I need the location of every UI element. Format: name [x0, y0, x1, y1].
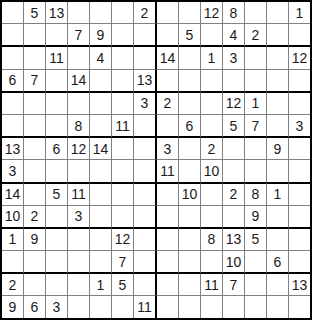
cell-r5c11-given[interactable]: 12 — [223, 93, 245, 115]
cell-r5c4-empty[interactable] — [68, 93, 90, 115]
cell-r9c3-given[interactable]: 5 — [46, 184, 68, 206]
cell-r5c9-empty[interactable] — [179, 93, 201, 115]
cell-r14c8-empty[interactable] — [157, 296, 179, 317]
cell-r12c9-empty[interactable] — [179, 251, 201, 274]
cell-r2c14-empty[interactable] — [289, 24, 310, 47]
cell-r14c13-empty[interactable] — [267, 296, 289, 317]
cell-r5c8-given[interactable]: 2 — [157, 93, 179, 115]
cell-r11c8-empty[interactable] — [157, 229, 179, 251]
cell-r9c12-given[interactable]: 8 — [245, 184, 267, 206]
cell-r4c2-given[interactable]: 7 — [24, 70, 46, 93]
cell-r7c8-given[interactable]: 3 — [157, 138, 179, 160]
cell-r5c1-empty[interactable] — [2, 93, 24, 115]
cell-r8c11-empty[interactable] — [223, 160, 245, 183]
cell-r11c3-empty[interactable] — [46, 229, 68, 251]
cell-r10c11-empty[interactable] — [223, 206, 245, 229]
cell-r9c11-given[interactable]: 2 — [223, 184, 245, 206]
cell-r1c10-given[interactable]: 12 — [201, 2, 223, 24]
cell-r13c2-empty[interactable] — [24, 274, 46, 296]
cell-r4c8-empty[interactable] — [157, 70, 179, 93]
cell-r6c8-empty[interactable] — [157, 115, 179, 138]
cell-r7c5-given[interactable]: 14 — [90, 138, 112, 160]
cell-r4c13-empty[interactable] — [267, 70, 289, 93]
cell-r14c9-empty[interactable] — [179, 296, 201, 317]
cell-r9c2-empty[interactable] — [24, 184, 46, 206]
cell-r11c4-empty[interactable] — [68, 229, 90, 251]
cell-r7c10-given[interactable]: 2 — [201, 138, 223, 160]
cell-r4c7-given[interactable]: 13 — [134, 70, 157, 93]
cell-r1c2-given[interactable]: 5 — [24, 2, 46, 24]
cell-r3c10-given[interactable]: 1 — [201, 47, 223, 69]
cell-r12c3-empty[interactable] — [46, 251, 68, 274]
cell-r11c14-empty[interactable] — [289, 229, 310, 251]
cell-r11c12-given[interactable]: 5 — [245, 229, 267, 251]
cell-r1c8-empty[interactable] — [157, 2, 179, 24]
cell-r2c1-empty[interactable] — [2, 24, 24, 47]
cell-r2c2-empty[interactable] — [24, 24, 46, 47]
cell-r8c8-given[interactable]: 11 — [157, 160, 179, 183]
cell-r9c4-given[interactable]: 11 — [68, 184, 90, 206]
cell-r3c5-given[interactable]: 4 — [90, 47, 112, 69]
cell-r4c3-empty[interactable] — [46, 70, 68, 93]
cell-r2c4-given[interactable]: 7 — [68, 24, 90, 47]
cell-r1c6-empty[interactable] — [112, 2, 134, 24]
cell-r14c2-given[interactable]: 6 — [24, 296, 46, 317]
cell-r7c6-empty[interactable] — [112, 138, 134, 160]
cell-r2c13-empty[interactable] — [267, 24, 289, 47]
cell-r11c1-given[interactable]: 1 — [2, 229, 24, 251]
cell-r13c11-given[interactable]: 7 — [223, 274, 245, 296]
cell-r3c4-empty[interactable] — [68, 47, 90, 69]
cell-r3c13-empty[interactable] — [267, 47, 289, 69]
cell-r6c5-empty[interactable] — [90, 115, 112, 138]
cell-r12c13-given[interactable]: 6 — [267, 251, 289, 274]
cell-r8c4-empty[interactable] — [68, 160, 90, 183]
cell-r4c11-empty[interactable] — [223, 70, 245, 93]
cell-r13c9-empty[interactable] — [179, 274, 201, 296]
cell-r14c4-empty[interactable] — [68, 296, 90, 317]
cell-r6c13-empty[interactable] — [267, 115, 289, 138]
cell-r12c1-empty[interactable] — [2, 251, 24, 274]
cell-r2c5-given[interactable]: 9 — [90, 24, 112, 47]
cell-r1c5-empty[interactable] — [90, 2, 112, 24]
cell-r10c7-empty[interactable] — [134, 206, 157, 229]
cell-r10c3-empty[interactable] — [46, 206, 68, 229]
cell-r1c4-empty[interactable] — [68, 2, 90, 24]
cell-r6c10-empty[interactable] — [201, 115, 223, 138]
cell-r8c14-empty[interactable] — [289, 160, 310, 183]
cell-r14c11-empty[interactable] — [223, 296, 245, 317]
cell-r5c10-empty[interactable] — [201, 93, 223, 115]
cell-r1c12-empty[interactable] — [245, 2, 267, 24]
cell-r13c12-empty[interactable] — [245, 274, 267, 296]
cell-r6c7-empty[interactable] — [134, 115, 157, 138]
cell-r5c7-given[interactable]: 3 — [134, 93, 157, 115]
cell-r2c6-empty[interactable] — [112, 24, 134, 47]
cell-r5c3-empty[interactable] — [46, 93, 68, 115]
cell-r10c13-empty[interactable] — [267, 206, 289, 229]
cell-r5c14-empty[interactable] — [289, 93, 310, 115]
cell-r2c7-empty[interactable] — [134, 24, 157, 47]
cell-r8c9-empty[interactable] — [179, 160, 201, 183]
cell-r14c3-given[interactable]: 3 — [46, 296, 68, 317]
cell-r6c4-given[interactable]: 8 — [68, 115, 90, 138]
cell-r8c10-given[interactable]: 10 — [201, 160, 223, 183]
cell-r4c12-empty[interactable] — [245, 70, 267, 93]
cell-r5c5-empty[interactable] — [90, 93, 112, 115]
cell-r10c1-given[interactable]: 10 — [2, 206, 24, 229]
cell-r9c7-empty[interactable] — [134, 184, 157, 206]
cell-r8c7-empty[interactable] — [134, 160, 157, 183]
cell-r7c1-given[interactable]: 13 — [2, 138, 24, 160]
cell-r1c1-empty[interactable] — [2, 2, 24, 24]
cell-r9c1-given[interactable]: 14 — [2, 184, 24, 206]
cell-r9c14-empty[interactable] — [289, 184, 310, 206]
cell-r6c1-empty[interactable] — [2, 115, 24, 138]
cell-r13c14-given[interactable]: 13 — [289, 274, 310, 296]
cell-r12c10-empty[interactable] — [201, 251, 223, 274]
cell-r2c9-given[interactable]: 5 — [179, 24, 201, 47]
cell-r1c3-given[interactable]: 13 — [46, 2, 68, 24]
cell-r14c6-empty[interactable] — [112, 296, 134, 317]
cell-r13c8-empty[interactable] — [157, 274, 179, 296]
cell-r10c10-empty[interactable] — [201, 206, 223, 229]
cell-r12c11-given[interactable]: 10 — [223, 251, 245, 274]
cell-r6c12-given[interactable]: 7 — [245, 115, 267, 138]
cell-r14c10-empty[interactable] — [201, 296, 223, 317]
cell-r14c5-empty[interactable] — [90, 296, 112, 317]
cell-r7c3-given[interactable]: 6 — [46, 138, 68, 160]
cell-r8c12-empty[interactable] — [245, 160, 267, 183]
cell-r2c10-empty[interactable] — [201, 24, 223, 47]
cell-r9c9-given[interactable]: 10 — [179, 184, 201, 206]
cell-r7c11-empty[interactable] — [223, 138, 245, 160]
cell-r7c14-empty[interactable] — [289, 138, 310, 160]
cell-r9c10-empty[interactable] — [201, 184, 223, 206]
cell-r10c14-empty[interactable] — [289, 206, 310, 229]
cell-r13c7-empty[interactable] — [134, 274, 157, 296]
cell-r10c6-empty[interactable] — [112, 206, 134, 229]
cell-r4c10-empty[interactable] — [201, 70, 223, 93]
cell-r4c1-given[interactable]: 6 — [2, 70, 24, 93]
cell-r9c13-given[interactable]: 1 — [267, 184, 289, 206]
cell-r1c7-given[interactable]: 2 — [134, 2, 157, 24]
cell-r14c14-empty[interactable] — [289, 296, 310, 317]
cell-r11c7-empty[interactable] — [134, 229, 157, 251]
cell-r3c9-empty[interactable] — [179, 47, 201, 69]
cell-r12c8-empty[interactable] — [157, 251, 179, 274]
cell-r7c12-empty[interactable] — [245, 138, 267, 160]
cell-r5c12-given[interactable]: 1 — [245, 93, 267, 115]
cell-r7c4-given[interactable]: 12 — [68, 138, 90, 160]
cell-r12c12-empty[interactable] — [245, 251, 267, 274]
cell-r10c8-empty[interactable] — [157, 206, 179, 229]
cell-r9c5-empty[interactable] — [90, 184, 112, 206]
cell-r3c14-given[interactable]: 12 — [289, 47, 310, 69]
cell-r7c7-empty[interactable] — [134, 138, 157, 160]
cell-r4c9-empty[interactable] — [179, 70, 201, 93]
cell-r3c3-given[interactable]: 11 — [46, 47, 68, 69]
cell-r8c2-empty[interactable] — [24, 160, 46, 183]
cell-r4c6-empty[interactable] — [112, 70, 134, 93]
cell-r12c4-empty[interactable] — [68, 251, 90, 274]
cell-r6c11-given[interactable]: 5 — [223, 115, 245, 138]
cell-r12c6-given[interactable]: 7 — [112, 251, 134, 274]
cell-r9c6-empty[interactable] — [112, 184, 134, 206]
cell-r2c12-given[interactable]: 2 — [245, 24, 267, 47]
cell-r12c7-empty[interactable] — [134, 251, 157, 274]
cell-r6c14-given[interactable]: 3 — [289, 115, 310, 138]
cell-r10c4-given[interactable]: 3 — [68, 206, 90, 229]
cell-r8c1-given[interactable]: 3 — [2, 160, 24, 183]
cell-r13c4-empty[interactable] — [68, 274, 90, 296]
cell-r8c3-empty[interactable] — [46, 160, 68, 183]
cell-r10c2-given[interactable]: 2 — [24, 206, 46, 229]
cell-r13c5-given[interactable]: 1 — [90, 274, 112, 296]
cell-r14c1-given[interactable]: 9 — [2, 296, 24, 317]
cell-r3c7-empty[interactable] — [134, 47, 157, 69]
cell-r10c12-given[interactable]: 9 — [245, 206, 267, 229]
cell-r12c14-empty[interactable] — [289, 251, 310, 274]
cell-r5c2-empty[interactable] — [24, 93, 46, 115]
cell-r13c6-given[interactable]: 5 — [112, 274, 134, 296]
cell-r5c6-empty[interactable] — [112, 93, 134, 115]
cell-r14c7-given[interactable]: 11 — [134, 296, 157, 317]
cell-r10c9-empty[interactable] — [179, 206, 201, 229]
cell-r4c4-given[interactable]: 14 — [68, 70, 90, 93]
cell-r13c10-given[interactable]: 11 — [201, 274, 223, 296]
cell-r11c13-empty[interactable] — [267, 229, 289, 251]
cell-r7c2-empty[interactable] — [24, 138, 46, 160]
cell-r11c10-given[interactable]: 8 — [201, 229, 223, 251]
cell-r7c13-given[interactable]: 9 — [267, 138, 289, 160]
cell-r6c6-given[interactable]: 11 — [112, 115, 134, 138]
cell-r1c14-given[interactable]: 1 — [289, 2, 310, 24]
cell-r3c12-empty[interactable] — [245, 47, 267, 69]
cell-r8c6-empty[interactable] — [112, 160, 134, 183]
cell-r4c14-empty[interactable] — [289, 70, 310, 93]
cell-r3c11-given[interactable]: 3 — [223, 47, 245, 69]
cell-r2c3-empty[interactable] — [46, 24, 68, 47]
cell-r1c13-empty[interactable] — [267, 2, 289, 24]
cell-r4c5-empty[interactable] — [90, 70, 112, 93]
sudoku-board: 5132128179542114141312671413321218116573… — [0, 0, 312, 320]
cell-r1c9-empty[interactable] — [179, 2, 201, 24]
cell-r12c2-empty[interactable] — [24, 251, 46, 274]
cell-r9c8-empty[interactable] — [157, 184, 179, 206]
cell-r3c6-empty[interactable] — [112, 47, 134, 69]
cell-r11c11-given[interactable]: 13 — [223, 229, 245, 251]
cell-r11c9-empty[interactable] — [179, 229, 201, 251]
cell-r2c8-empty[interactable] — [157, 24, 179, 47]
cell-r11c5-empty[interactable] — [90, 229, 112, 251]
cell-r2c11-given[interactable]: 4 — [223, 24, 245, 47]
cell-r12c5-empty[interactable] — [90, 251, 112, 274]
cell-r6c3-empty[interactable] — [46, 115, 68, 138]
cell-r3c8-given[interactable]: 14 — [157, 47, 179, 69]
cell-r13c3-empty[interactable] — [46, 274, 68, 296]
cell-r14c12-empty[interactable] — [245, 296, 267, 317]
cell-r13c1-given[interactable]: 2 — [2, 274, 24, 296]
cell-r8c13-empty[interactable] — [267, 160, 289, 183]
cell-r5c13-empty[interactable] — [267, 93, 289, 115]
cell-r3c2-empty[interactable] — [24, 47, 46, 69]
cell-r11c6-given[interactable]: 12 — [112, 229, 134, 251]
cell-r1c11-given[interactable]: 8 — [223, 2, 245, 24]
cell-r6c2-empty[interactable] — [24, 115, 46, 138]
cell-r6c9-given[interactable]: 6 — [179, 115, 201, 138]
cell-r10c5-empty[interactable] — [90, 206, 112, 229]
cell-r3c1-empty[interactable] — [2, 47, 24, 69]
cell-r7c9-empty[interactable] — [179, 138, 201, 160]
cell-r8c5-empty[interactable] — [90, 160, 112, 183]
cell-r11c2-given[interactable]: 9 — [24, 229, 46, 251]
cell-r13c13-empty[interactable] — [267, 274, 289, 296]
